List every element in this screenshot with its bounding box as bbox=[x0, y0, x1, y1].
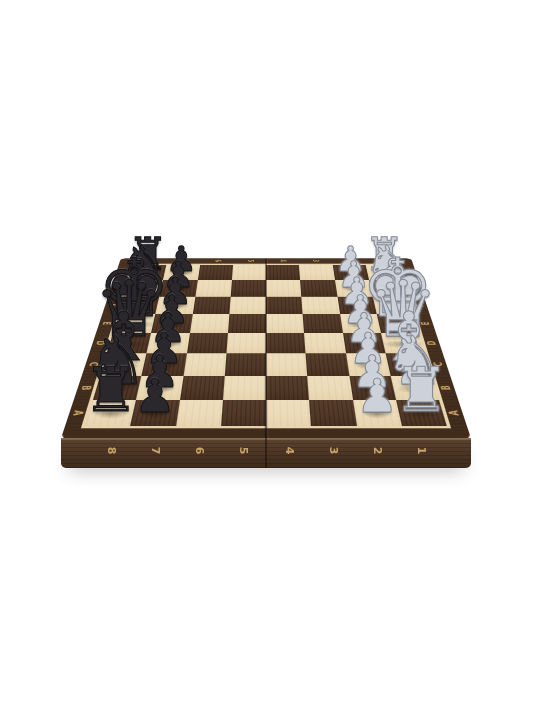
square-e7[interactable] bbox=[151, 314, 192, 333]
square-c3[interactable] bbox=[306, 353, 349, 375]
chessboard: 87654321HHGGFFEEDDCCBBAA bbox=[61, 258, 471, 438]
square-f6[interactable] bbox=[192, 296, 230, 314]
right-file-label-c: C bbox=[433, 362, 445, 366]
left-file-label-c: C bbox=[87, 362, 99, 366]
square-d2[interactable] bbox=[343, 333, 386, 353]
front-rank-label-6: 6 bbox=[194, 446, 205, 454]
right-file-label-b: B bbox=[440, 385, 453, 390]
left-file-label-d: D bbox=[94, 341, 106, 345]
far-rank-label-2: 2 bbox=[344, 260, 352, 262]
square-c5[interactable] bbox=[225, 353, 266, 375]
square-g5[interactable] bbox=[230, 280, 266, 296]
square-a4[interactable] bbox=[266, 400, 311, 426]
square-d3[interactable] bbox=[304, 333, 345, 353]
front-rank-label-5: 5 bbox=[238, 446, 249, 454]
square-f5[interactable] bbox=[229, 296, 266, 314]
left-file-label-f: F bbox=[107, 303, 117, 306]
square-d1[interactable] bbox=[381, 333, 425, 353]
far-rank-label-4: 4 bbox=[279, 260, 287, 262]
square-a2[interactable] bbox=[353, 400, 402, 426]
left-file-label-b: B bbox=[79, 385, 92, 390]
square-e3[interactable] bbox=[303, 314, 343, 333]
front-rank-label-7: 7 bbox=[149, 446, 160, 454]
square-a6[interactable] bbox=[176, 400, 223, 426]
square-a5[interactable] bbox=[221, 400, 266, 426]
square-b4[interactable] bbox=[266, 376, 309, 400]
square-e8[interactable] bbox=[113, 314, 156, 333]
far-rank-label-5: 5 bbox=[246, 260, 254, 262]
square-g8[interactable] bbox=[124, 280, 163, 296]
square-e2[interactable] bbox=[340, 314, 381, 333]
square-b8[interactable] bbox=[93, 376, 142, 400]
square-b2[interactable] bbox=[349, 376, 396, 400]
square-f4[interactable] bbox=[266, 296, 303, 314]
square-g1[interactable] bbox=[369, 280, 408, 296]
square-c8[interactable] bbox=[100, 353, 146, 375]
square-f8[interactable] bbox=[119, 296, 160, 314]
front-rank-label-3: 3 bbox=[327, 446, 338, 454]
front-rank-label-4: 4 bbox=[283, 446, 294, 454]
square-f7[interactable] bbox=[156, 296, 195, 314]
far-rank-label-7: 7 bbox=[180, 260, 188, 262]
right-file-label-d: D bbox=[426, 341, 438, 345]
square-b5[interactable] bbox=[223, 376, 266, 400]
square-g7[interactable] bbox=[159, 280, 197, 296]
square-b6[interactable] bbox=[179, 376, 224, 400]
square-h1[interactable] bbox=[365, 265, 403, 280]
square-b7[interactable] bbox=[136, 376, 183, 400]
square-f1[interactable] bbox=[373, 296, 414, 314]
front-rank-label-8: 8 bbox=[105, 446, 116, 454]
right-file-label-g: G bbox=[410, 286, 420, 290]
square-c2[interactable] bbox=[346, 353, 391, 375]
front-face-seam bbox=[265, 438, 267, 468]
square-d5[interactable] bbox=[226, 333, 266, 353]
square-b3[interactable] bbox=[307, 376, 352, 400]
front-rank-label-1: 1 bbox=[416, 446, 427, 454]
square-h5[interactable] bbox=[232, 265, 266, 280]
square-a8[interactable] bbox=[85, 400, 136, 426]
board-front-face: 87654321 bbox=[61, 438, 471, 468]
square-d4[interactable] bbox=[266, 333, 306, 353]
square-a7[interactable] bbox=[130, 400, 179, 426]
left-file-label-a: A bbox=[71, 410, 84, 415]
square-c1[interactable] bbox=[385, 353, 431, 375]
square-h4[interactable] bbox=[266, 265, 300, 280]
front-rank-label-2: 2 bbox=[372, 446, 383, 454]
square-b1[interactable] bbox=[390, 376, 439, 400]
far-rank-label-8: 8 bbox=[147, 260, 155, 262]
square-h6[interactable] bbox=[197, 265, 232, 280]
board-fold-seam bbox=[265, 258, 267, 438]
square-g3[interactable] bbox=[300, 280, 337, 296]
square-d7[interactable] bbox=[147, 333, 190, 353]
square-a1[interactable] bbox=[396, 400, 447, 426]
square-h2[interactable] bbox=[332, 265, 369, 280]
right-file-label-h: H bbox=[405, 271, 415, 274]
square-e1[interactable] bbox=[376, 314, 419, 333]
chess-set-photo: 87654321HHGGFFEEDDCCBBAA 87654321 ♜♟♟♜♞♟… bbox=[0, 0, 540, 720]
square-g4[interactable] bbox=[266, 280, 302, 296]
left-file-label-h: H bbox=[117, 271, 127, 274]
square-e5[interactable] bbox=[228, 314, 266, 333]
square-d8[interactable] bbox=[107, 333, 151, 353]
square-c4[interactable] bbox=[266, 353, 307, 375]
square-h8[interactable] bbox=[129, 265, 167, 280]
square-c6[interactable] bbox=[183, 353, 226, 375]
square-e6[interactable] bbox=[190, 314, 230, 333]
right-file-label-a: A bbox=[448, 410, 461, 415]
left-file-label-e: E bbox=[101, 322, 112, 325]
right-file-label-f: F bbox=[415, 303, 425, 306]
left-file-label-g: G bbox=[112, 286, 122, 290]
far-rank-label-3: 3 bbox=[311, 260, 319, 262]
square-h3[interactable] bbox=[299, 265, 334, 280]
square-f2[interactable] bbox=[337, 296, 376, 314]
square-g6[interactable] bbox=[195, 280, 232, 296]
square-h7[interactable] bbox=[163, 265, 200, 280]
right-file-label-e: E bbox=[420, 322, 431, 325]
far-rank-label-6: 6 bbox=[213, 260, 221, 262]
square-c7[interactable] bbox=[142, 353, 187, 375]
square-e4[interactable] bbox=[266, 314, 304, 333]
far-rank-label-1: 1 bbox=[377, 260, 385, 262]
square-a3[interactable] bbox=[309, 400, 356, 426]
square-g2[interactable] bbox=[335, 280, 373, 296]
square-f3[interactable] bbox=[302, 296, 340, 314]
square-d6[interactable] bbox=[186, 333, 227, 353]
